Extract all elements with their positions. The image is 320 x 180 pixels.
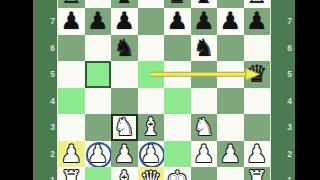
square-f3[interactable]: ♞	[191, 114, 218, 141]
square-a7[interactable]: ♟	[58, 8, 85, 35]
square-e1[interactable]: ♚	[164, 167, 191, 180]
black-pawn: ♟	[87, 8, 109, 34]
square-c3[interactable]: ♞	[111, 114, 138, 141]
black-pawn: ♟	[219, 8, 241, 34]
black-pawn: ♟	[246, 8, 268, 34]
square-c7[interactable]: ♟	[111, 8, 138, 35]
square-e6[interactable]	[164, 35, 191, 62]
square-h2[interactable]: ♟	[244, 141, 271, 168]
white-pawn: ♟	[87, 141, 109, 167]
white-bishop: ♝	[140, 114, 162, 140]
square-h7[interactable]: ♟	[244, 8, 271, 35]
black-rook: ♜	[60, 0, 82, 8]
black-king: ♚	[166, 0, 188, 8]
white-pawn: ♟	[246, 141, 268, 167]
white-knight: ♞	[193, 114, 215, 140]
black-bishop: ♝	[193, 0, 215, 8]
square-f6[interactable]: ♞	[191, 35, 218, 62]
square-g4[interactable]	[217, 88, 244, 115]
square-h4[interactable]	[244, 88, 271, 115]
square-f8[interactable]: ♝	[191, 0, 218, 8]
square-b2[interactable]: ♟	[85, 141, 112, 168]
square-f2[interactable]: ♟	[191, 141, 218, 168]
square-a8[interactable]: ♜	[58, 0, 85, 8]
square-e7[interactable]: ♟	[164, 8, 191, 35]
square-a6[interactable]	[58, 35, 85, 62]
square-h8[interactable]: ♜	[244, 0, 271, 8]
square-h5[interactable]: ♛	[244, 61, 271, 88]
square-g3[interactable]	[217, 114, 244, 141]
square-b3[interactable]	[85, 114, 112, 141]
white-pawn: ♟	[193, 141, 215, 167]
black-knight: ♞	[113, 35, 135, 61]
square-a2[interactable]: ♟	[58, 141, 85, 168]
square-c8[interactable]: ♝	[111, 0, 138, 8]
square-d5[interactable]	[138, 61, 165, 88]
blue-circle-annotation	[86, 142, 112, 168]
square-e5[interactable]	[164, 61, 191, 88]
square-b4[interactable]	[85, 88, 112, 115]
square-e8[interactable]: ♚	[164, 0, 191, 8]
square-f4[interactable]	[191, 88, 218, 115]
square-h1[interactable]: ♜	[244, 167, 271, 180]
square-c6[interactable]: ♞	[111, 35, 138, 62]
square-b5[interactable]	[85, 61, 112, 88]
black-pawn: ♟	[60, 8, 82, 34]
square-b7[interactable]: ♟	[85, 8, 112, 35]
square-g1[interactable]	[217, 167, 244, 180]
black-pawn: ♟	[113, 8, 135, 34]
blue-circle-annotation	[139, 142, 165, 168]
white-pawn: ♟	[60, 141, 82, 167]
square-b8[interactable]	[85, 0, 112, 8]
square-h6[interactable]	[244, 35, 271, 62]
square-g2[interactable]: ♟	[217, 141, 244, 168]
chess-board: ♜♝♚♝♜♟♟♟♟♟♟♟♞♞♛♞♝♞♟♟♟♟♟♟♟♜♝♛♚♜	[58, 0, 270, 180]
square-b1[interactable]	[85, 167, 112, 180]
square-f7[interactable]: ♟	[191, 8, 218, 35]
square-d1[interactable]: ♛	[138, 167, 165, 180]
square-a4[interactable]	[58, 88, 85, 115]
square-d3[interactable]: ♝	[138, 114, 165, 141]
square-e2[interactable]	[164, 141, 191, 168]
white-rook: ♜	[246, 167, 268, 180]
square-a5[interactable]	[58, 61, 85, 88]
square-f1[interactable]	[191, 167, 218, 180]
white-pawn: ♟	[219, 141, 241, 167]
black-knight: ♞	[193, 35, 215, 61]
board-frame: ♜♝♚♝♜♟♟♟♟♟♟♟♞♞♛♞♝♞♟♟♟♟♟♟♟♜♝♛♚♜	[33, 0, 295, 180]
square-g8[interactable]	[217, 0, 244, 8]
square-c4[interactable]	[111, 88, 138, 115]
square-a3[interactable]	[58, 114, 85, 141]
black-pawn: ♟	[166, 8, 188, 34]
square-d2[interactable]: ♟	[138, 141, 165, 168]
white-pawn: ♟	[140, 141, 162, 167]
white-bishop: ♝	[113, 167, 135, 180]
square-e3[interactable]	[164, 114, 191, 141]
square-b6[interactable]	[85, 35, 112, 62]
white-knight: ♞	[113, 114, 135, 140]
square-d7[interactable]	[138, 8, 165, 35]
black-rook: ♜	[246, 0, 268, 8]
white-king: ♚	[166, 167, 188, 180]
square-c5[interactable]	[111, 61, 138, 88]
square-g5[interactable]	[217, 61, 244, 88]
square-e4[interactable]	[164, 88, 191, 115]
black-pawn: ♟	[193, 8, 215, 34]
square-f5[interactable]	[191, 61, 218, 88]
white-queen: ♛	[140, 167, 162, 180]
square-d6[interactable]	[138, 35, 165, 62]
square-g7[interactable]: ♟	[217, 8, 244, 35]
square-c1[interactable]: ♝	[111, 167, 138, 180]
square-d4[interactable]	[138, 88, 165, 115]
square-h3[interactable]	[244, 114, 271, 141]
square-c2[interactable]: ♟	[111, 141, 138, 168]
black-bishop: ♝	[113, 0, 135, 8]
white-pawn: ♟	[113, 141, 135, 167]
chess-video-frame: ♜♝♚♝♜♟♟♟♟♟♟♟♞♞♛♞♝♞♟♟♟♟♟♟♟♜♝♛♚♜ 887766554…	[0, 0, 320, 180]
white-rook: ♜	[60, 167, 82, 180]
square-g6[interactable]	[217, 35, 244, 62]
black-queen: ♛	[246, 61, 268, 87]
square-d8[interactable]	[138, 0, 165, 8]
square-a1[interactable]: ♜	[58, 167, 85, 180]
